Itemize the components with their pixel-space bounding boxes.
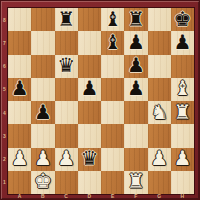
square-h8[interactable]: ♚	[171, 8, 194, 31]
piece-black-pawn[interactable]: ♟	[173, 32, 191, 52]
square-h4[interactable]: ♜	[171, 101, 194, 124]
file-label-g: G	[148, 192, 171, 199]
piece-white-bishop[interactable]: ♝	[173, 78, 191, 98]
square-f2[interactable]	[124, 148, 147, 171]
square-g1[interactable]	[148, 171, 171, 194]
square-b3[interactable]	[31, 124, 54, 147]
piece-black-pawn[interactable]: ♟	[34, 102, 52, 122]
square-c8[interactable]: ♜	[55, 8, 78, 31]
file-label-b: B	[31, 192, 54, 199]
square-f1[interactable]: ♜	[124, 171, 147, 194]
square-g7[interactable]	[148, 31, 171, 54]
square-e5[interactable]	[101, 78, 124, 101]
square-g6[interactable]	[148, 55, 171, 78]
square-h2[interactable]: ♟	[171, 148, 194, 171]
square-a1[interactable]	[8, 171, 31, 194]
piece-black-queen[interactable]: ♛	[57, 55, 75, 75]
square-c3[interactable]	[55, 124, 78, 147]
square-e6[interactable]	[101, 55, 124, 78]
square-a7[interactable]	[8, 31, 31, 54]
piece-black-rook[interactable]: ♜	[57, 9, 75, 29]
piece-white-pawn[interactable]: ♟	[34, 148, 52, 168]
square-c6[interactable]: ♛	[55, 55, 78, 78]
square-a3[interactable]	[8, 124, 31, 147]
rank-label-8: 8	[1, 8, 8, 31]
piece-black-king[interactable]: ♚	[173, 9, 191, 29]
square-f4[interactable]	[124, 101, 147, 124]
square-b4[interactable]: ♟	[31, 101, 54, 124]
piece-white-knight[interactable]: ♞	[150, 102, 168, 122]
square-g3[interactable]	[148, 124, 171, 147]
piece-black-rook[interactable]: ♜	[127, 9, 145, 29]
square-d7[interactable]	[78, 31, 101, 54]
square-a4[interactable]	[8, 101, 31, 124]
square-h3[interactable]	[171, 124, 194, 147]
square-h7[interactable]: ♟	[171, 31, 194, 54]
square-e8[interactable]: ♝	[101, 8, 124, 31]
rank-label-2: 2	[1, 148, 8, 171]
square-h5[interactable]: ♝	[171, 78, 194, 101]
square-d4[interactable]	[78, 101, 101, 124]
square-d3[interactable]	[78, 124, 101, 147]
square-e1[interactable]	[101, 171, 124, 194]
square-c2[interactable]: ♟	[55, 148, 78, 171]
square-b2[interactable]: ♟	[31, 148, 54, 171]
square-g8[interactable]	[148, 8, 171, 31]
square-a8[interactable]	[8, 8, 31, 31]
square-f5[interactable]: ♟	[124, 78, 147, 101]
piece-black-bishop[interactable]: ♝	[104, 32, 122, 52]
rank-label-1: 1	[1, 171, 8, 194]
square-h1[interactable]	[171, 171, 194, 194]
square-d2[interactable]: ♛	[78, 148, 101, 171]
file-label-e: E	[101, 192, 124, 199]
board-frame: ♜♝♜♚♝♟♟♛♟♟♟♟♝♟♞♜♟♟♟♛♟♟♚♜ 87654321ABCDEFG…	[0, 0, 200, 200]
square-f8[interactable]: ♜	[124, 8, 147, 31]
piece-white-king[interactable]: ♚	[34, 171, 52, 191]
chess-board: ♜♝♜♚♝♟♟♛♟♟♟♟♝♟♞♜♟♟♟♛♟♟♚♜	[8, 8, 194, 194]
piece-black-bishop[interactable]: ♝	[104, 9, 122, 29]
piece-black-pawn[interactable]: ♟	[80, 78, 98, 98]
square-e3[interactable]	[101, 124, 124, 147]
square-c5[interactable]	[55, 78, 78, 101]
piece-white-rook[interactable]: ♜	[127, 171, 145, 191]
square-d8[interactable]	[78, 8, 101, 31]
square-b5[interactable]	[31, 78, 54, 101]
file-label-h: H	[171, 192, 194, 199]
square-b7[interactable]	[31, 31, 54, 54]
file-label-c: C	[55, 192, 78, 199]
square-h6[interactable]	[171, 55, 194, 78]
square-g5[interactable]	[148, 78, 171, 101]
square-g2[interactable]: ♟	[148, 148, 171, 171]
piece-white-pawn[interactable]: ♟	[11, 148, 29, 168]
square-c1[interactable]	[55, 171, 78, 194]
square-c7[interactable]	[55, 31, 78, 54]
rank-label-4: 4	[1, 101, 8, 124]
piece-white-rook[interactable]: ♜	[173, 102, 191, 122]
piece-black-pawn[interactable]: ♟	[127, 55, 145, 75]
square-a6[interactable]	[8, 55, 31, 78]
square-d5[interactable]: ♟	[78, 78, 101, 101]
square-a5[interactable]: ♟	[8, 78, 31, 101]
rank-label-3: 3	[1, 124, 8, 147]
piece-black-queen[interactable]: ♛	[80, 148, 98, 168]
piece-black-pawn[interactable]: ♟	[127, 32, 145, 52]
square-e4[interactable]	[101, 101, 124, 124]
rank-label-7: 7	[1, 31, 8, 54]
rank-label-5: 5	[1, 78, 8, 101]
square-e2[interactable]	[101, 148, 124, 171]
file-label-a: A	[8, 192, 31, 199]
square-d1[interactable]	[78, 171, 101, 194]
piece-black-pawn[interactable]: ♟	[127, 78, 145, 98]
square-f7[interactable]: ♟	[124, 31, 147, 54]
square-f3[interactable]	[124, 124, 147, 147]
square-b6[interactable]	[31, 55, 54, 78]
piece-black-pawn[interactable]: ♟	[11, 78, 29, 98]
piece-white-pawn[interactable]: ♟	[173, 148, 191, 168]
square-b1[interactable]: ♚	[31, 171, 54, 194]
square-e7[interactable]: ♝	[101, 31, 124, 54]
square-d6[interactable]	[78, 55, 101, 78]
square-b8[interactable]	[31, 8, 54, 31]
square-a2[interactable]: ♟	[8, 148, 31, 171]
square-f6[interactable]: ♟	[124, 55, 147, 78]
rank-label-6: 6	[1, 55, 8, 78]
square-g4[interactable]: ♞	[148, 101, 171, 124]
file-label-d: D	[78, 192, 101, 199]
piece-white-pawn[interactable]: ♟	[150, 148, 168, 168]
piece-white-pawn[interactable]: ♟	[57, 148, 75, 168]
file-label-f: F	[124, 192, 147, 199]
square-c4[interactable]	[55, 101, 78, 124]
